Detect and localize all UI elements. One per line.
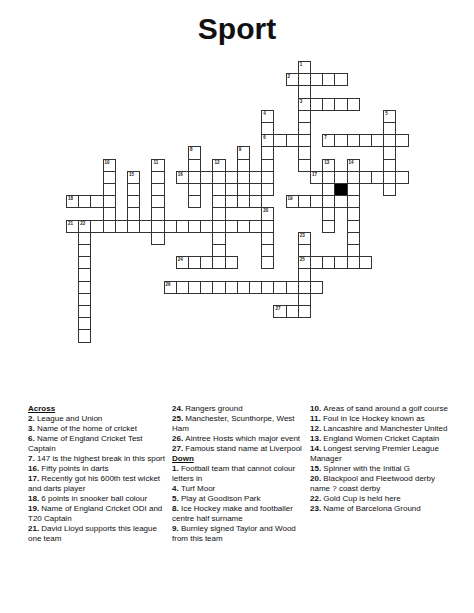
grid-cell[interactable] [103,171,116,184]
clue-item-text: Blackpool and Fleetwood derby name ? coa… [310,474,435,493]
clue-item: 19. Name of England Cricket ODI and T20 … [28,504,169,524]
clue-number: 7 [324,135,327,140]
grid-cell[interactable] [188,195,201,208]
grid-cell[interactable] [347,256,360,269]
clue-number: 4 [263,111,266,116]
grid-cell[interactable]: 16 [176,171,189,184]
grid-cell[interactable] [298,110,311,123]
grid-cell[interactable] [261,146,274,159]
grid-cell[interactable] [212,256,225,269]
grid-cell[interactable]: 26 [164,281,177,294]
grid-cell[interactable] [261,183,274,196]
clue-item-text: Gold Cup is held here [323,494,400,503]
grid-cell[interactable]: 5 [383,110,396,123]
clue-item-text: Areas of sand around a golf course [323,404,448,413]
clue-number: 19 [288,196,293,201]
grid-cell[interactable] [261,232,274,245]
clue-item-text: 147 is the highest break in this sport [37,454,165,463]
grid-cell[interactable] [322,98,335,111]
clue-item-text: Foul in Ice Hockey known as [323,414,425,423]
grid-cell[interactable] [383,183,396,196]
grid-cell[interactable]: 23 [298,232,311,245]
grid-cell[interactable] [164,220,177,233]
grid-cell[interactable] [78,293,91,306]
grid-cell[interactable] [298,281,311,294]
grid-cell[interactable] [90,220,103,233]
clue-column-down: 10. Areas of sand around a golf course11… [310,404,451,514]
grid-cell[interactable] [383,159,396,172]
grid-cell[interactable] [78,281,91,294]
clue-item-number: 10. [310,404,323,413]
clue-item: 17. Recently got his 600th test wicket a… [28,474,169,494]
clue-item-number: 13. [310,434,323,443]
grid-cell[interactable] [237,171,250,184]
clue-item: 20. Blackpool and Fleetwood derby name ?… [310,474,451,494]
clue-number: 8 [190,147,193,152]
grid-cell[interactable] [273,281,286,294]
grid-cell[interactable] [322,73,335,86]
clue-number: 27 [275,306,280,311]
grid-cell[interactable] [225,281,238,294]
grid-cell[interactable]: 6 [261,134,274,147]
grid-cell[interactable] [261,171,274,184]
clue-number: 13 [324,160,329,165]
grid-cell[interactable] [78,329,91,342]
clue-item-text: Spinner with the Initial G [323,464,410,473]
grid-cell[interactable] [383,146,396,159]
clue-list-header: Down [172,454,194,463]
clue-item-text: Name of the home of cricket [37,424,137,433]
grid-cell[interactable] [212,220,225,233]
grid-cell[interactable] [151,220,164,233]
clue-item-number: 23. [310,504,323,513]
clue-number: 11 [153,160,158,165]
clue-list-header: Across [28,404,55,413]
clue-item-number: 7. [28,454,37,463]
grid-cell[interactable]: 22 [78,220,91,233]
clue-item: 5. Play at Goodison Park [172,494,313,504]
clue-item: 16. Fifty points in darts [28,464,169,474]
clue-item-number: 18. [28,494,41,503]
clue-item-text: Manchester, Scunthorpe, West Ham [172,414,295,433]
clue-item: 21. David Lloyd supports this league one… [28,524,169,544]
clue-item-number: 21. [28,524,41,533]
grid-cell[interactable] [212,195,225,208]
grid-cell[interactable] [115,220,128,233]
grid-cell[interactable] [127,207,140,220]
grid-cell[interactable] [200,256,213,269]
grid-cell[interactable] [237,195,250,208]
grid-cell[interactable] [212,232,225,245]
clue-item: 4. Turf Moor [172,484,313,494]
grid-cell[interactable] [176,220,189,233]
grid-cell[interactable] [151,207,164,220]
grid-cell[interactable]: 10 [103,159,116,172]
grid-cell[interactable] [395,134,408,147]
grid-cell[interactable]: 20 [261,207,274,220]
clue-item-number: 19. [28,504,41,513]
clue-item-number: 24. [172,404,185,413]
grid-cell[interactable] [212,171,225,184]
clue-item: 14. Longest serving Premier League Manag… [310,444,451,464]
clue-item: 2. League and Union [28,414,169,424]
grid-cell[interactable]: 14 [347,159,360,172]
clue-item-number: 20. [310,474,323,483]
grid-cell[interactable] [176,281,189,294]
clue-number: 16 [178,172,183,177]
grid-cell[interactable] [334,98,347,111]
grid-cell[interactable] [188,159,201,172]
grid-cell[interactable] [261,159,274,172]
clue-item-text: Football team that cannot colour letters… [172,464,295,483]
grid-cell[interactable] [322,220,335,233]
grid-cell[interactable] [298,134,311,147]
grid-cell[interactable] [78,232,91,245]
clue-item: 8. Ice Hockey make and footballer centre… [172,504,313,524]
grid-cell[interactable] [237,281,250,294]
clue-item-text: Rangers ground [185,404,242,413]
clue-item-text: Famous stand name at Liverpool [185,444,302,453]
clue-item-text: David Lloyd supports this league one tea… [28,524,157,543]
clue-item-number: 1. [172,464,181,473]
grid-cell[interactable] [90,195,103,208]
clue-item-text: Fifty points in darts [41,464,108,473]
grid-cell[interactable] [359,256,372,269]
grid-cell[interactable] [347,207,360,220]
grid-cell[interactable] [322,256,335,269]
clue-number: 24 [178,257,183,262]
grid-cell[interactable] [383,134,396,147]
clue-number: 3 [300,99,303,104]
grid-cell[interactable] [298,195,311,208]
grid-cell[interactable] [334,171,347,184]
clue-item-number: 4. [172,484,181,493]
clue-item: 7. 147 is the highest break in this spor… [28,454,169,464]
grid-cell[interactable] [103,195,116,208]
clue-item: 27. Famous stand name at Liverpool [172,444,313,454]
clue-item-number: 11. [310,414,323,423]
grid-cell[interactable] [103,220,116,233]
grid-cell[interactable] [347,232,360,245]
clue-number: 25 [300,257,305,262]
grid-cell[interactable]: 27 [273,305,286,318]
grid-cell[interactable]: 13 [322,159,335,172]
clue-number: 10 [105,160,110,165]
grid-cell[interactable] [78,317,91,330]
clue-item: 1. Football team that cannot colour lett… [172,464,313,484]
clue-item-text: Recently got his 600th test wicket and d… [28,474,160,493]
clue-item-text: Name of England Cricket Test Captain [28,434,143,453]
page-title: Sport [0,12,474,46]
clue-item-number: 17. [28,474,41,483]
grid-cell[interactable] [322,171,335,184]
grid-cell[interactable] [347,98,360,111]
grid-cell[interactable] [347,171,360,184]
grid-cell[interactable] [200,220,213,233]
clue-item: 9. Burnley signed Taylor and Wood from t… [172,524,313,544]
clue-item-number: 26. [172,434,185,443]
clue-item: 26. Aintree Hosts which major event [172,434,313,444]
clue-number: 23 [300,233,305,238]
grid-cell[interactable] [298,159,311,172]
crossword-board: 1234567891011121314151617181920212223242… [66,61,408,342]
clue-number: 22 [80,221,85,226]
grid-cell[interactable] [286,134,299,147]
clue-item: 3. Name of the home of cricket [28,424,169,434]
clue-number: 18 [68,196,73,201]
clue-item-text: Name of England Cricket ODI and T20 Capt… [28,504,162,523]
grid-cell[interactable] [225,220,238,233]
clue-item-number: 12. [310,424,323,433]
grid-cell[interactable]: 15 [127,171,140,184]
grid-cell[interactable] [347,134,360,147]
clue-item: 6. Name of England Cricket Test Captain [28,434,169,454]
grid-cell[interactable] [298,293,311,306]
grid-cell[interactable] [151,171,164,184]
grid-cell[interactable]: 12 [212,159,225,172]
clue-item-text: Longest serving Premier League Manager [310,444,439,463]
clue-number: 15 [129,172,134,177]
clue-item-text: Aintree Hosts which major event [185,434,300,443]
grid-cell[interactable] [225,256,238,269]
clue-item-text: Lancashire and Manchester United [323,424,447,433]
clue-item-number: 5. [172,494,181,503]
clue-number: 1 [300,62,303,67]
grid-cell[interactable] [249,195,262,208]
grid-cell[interactable]: 7 [322,134,335,147]
grid-cell[interactable] [334,73,347,86]
grid-cell[interactable] [78,268,91,281]
clue-item-number: 15. [310,464,323,473]
grid-cell[interactable] [261,281,274,294]
clue-item-number: 2. [28,414,37,423]
clue-number: 6 [263,135,266,140]
clue-item: 24. Rangers ground [172,404,313,414]
grid-cell[interactable] [261,220,274,233]
clue-item: 10. Areas of sand around a golf course [310,404,451,414]
clue-item-number: 25. [172,414,185,423]
clue-column-across: Across2. League and Union3. Name of the … [28,404,169,544]
grid-cell[interactable] [286,281,299,294]
grid-cell[interactable] [78,256,91,269]
grid-cell[interactable] [298,85,311,98]
clue-column-middle: 24. Rangers ground25. Manchester, Scunth… [172,404,313,544]
clue-item-number: 6. [28,434,37,443]
grid-cell[interactable] [322,195,335,208]
grid-cell[interactable] [78,195,91,208]
clue-item-text: England Women Cricket Captain [323,434,439,443]
clue-item: 15. Spinner with the Initial G [310,464,451,474]
grid-cell[interactable] [334,195,347,208]
clue-item: 23. Name of Barcelona Ground [310,504,451,514]
grid-cell[interactable] [273,134,286,147]
clue-item: 18. 6 points in snooker ball colour [28,494,169,504]
grid-cell[interactable] [298,305,311,318]
grid-cell[interactable]: 19 [286,195,299,208]
grid-cell[interactable] [298,73,311,86]
grid-cell[interactable]: 25 [298,256,311,269]
grid-cell[interactable] [383,171,396,184]
grid-cell[interactable] [127,195,140,208]
clue-item-number: 3. [28,424,37,433]
clue-number: 2 [288,74,291,79]
clue-item-number: 8. [172,504,181,513]
grid-cell[interactable] [395,171,408,184]
grid-cell[interactable] [212,281,225,294]
grid-cell[interactable] [359,134,372,147]
clue-number: 14 [349,160,354,165]
grid-cell[interactable] [359,171,372,184]
clue-item-number: 22. [310,494,323,503]
clue-number: 21 [68,221,73,226]
clue-item: 25. Manchester, Scunthorpe, West Ham [172,414,313,434]
clue-item-number: 27. [172,444,185,453]
grid-cell[interactable] [334,256,347,269]
grid-cell[interactable] [237,220,250,233]
grid-cell[interactable] [151,232,164,245]
grid-cell[interactable] [298,146,311,159]
clue-item: 13. England Women Cricket Captain [310,434,451,444]
grid-cell[interactable]: 2 [286,73,299,86]
grid-cell[interactable] [298,268,311,281]
clue-item-text: Burnley signed Taylor and Wood from this… [172,524,296,543]
clue-item-text: Name of Barcelona Ground [323,504,420,513]
clue-item-text: 6 points in snooker ball colour [41,494,147,503]
clue-item: 12. Lancashire and Manchester United [310,424,451,434]
clue-item-number: 14. [310,444,323,453]
grid-cell[interactable]: 8 [188,146,201,159]
clue-number: 5 [385,111,388,116]
grid-cell[interactable] [334,134,347,147]
grid-cell[interactable] [310,281,323,294]
grid-cell[interactable]: 9 [237,146,250,159]
grid-cell[interactable]: 11 [151,159,164,172]
clue-number: 20 [263,208,268,213]
grid-cell[interactable] [225,171,238,184]
grid-cell[interactable] [225,195,238,208]
clue-number: 17 [312,172,317,177]
grid-cell[interactable] [286,305,299,318]
clue-item: 11. Foul in Ice Hockey known as [310,414,451,424]
grid-cell[interactable] [103,207,116,220]
grid-cell[interactable] [322,207,335,220]
grid-cell[interactable] [212,207,225,220]
grid-cell[interactable]: 3 [298,98,311,111]
grid-cell[interactable] [261,256,274,269]
clue-number: 26 [166,282,171,287]
clue-number: 12 [214,160,219,165]
grid-cell[interactable]: 4 [261,110,274,123]
grid-cell[interactable] [151,195,164,208]
clue-item-number: 16. [28,464,41,473]
clue-item: 22. Gold Cup is held here [310,494,451,504]
grid-cell[interactable]: 24 [176,256,189,269]
clue-item-text: Turf Moor [181,484,215,493]
grid-cell[interactable] [200,281,213,294]
clue-item-text: League and Union [37,414,102,423]
grid-cell[interactable] [139,220,152,233]
grid-cell[interactable] [347,220,360,233]
clue-item-text: Play at Goodison Park [181,494,261,503]
clue-item-text: Ice Hockey make and footballer centre ha… [172,504,293,523]
grid-cell[interactable] [237,159,250,172]
grid-cell[interactable] [347,195,360,208]
clue-item-number: 9. [172,524,181,533]
clue-number: 9 [239,147,242,152]
grid-cell[interactable] [200,171,213,184]
